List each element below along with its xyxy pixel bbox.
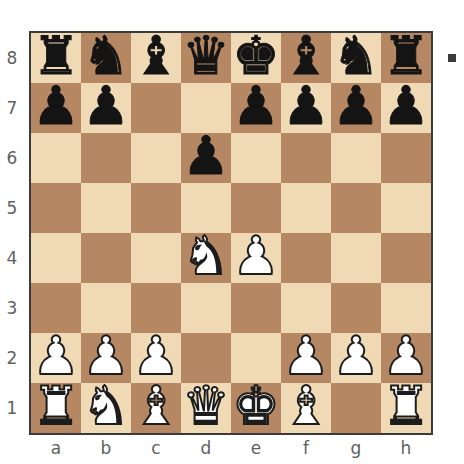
- black-bishop-c8[interactable]: ♝: [132, 31, 180, 81]
- white-pawn-a2[interactable]: ♟: [32, 331, 80, 381]
- square-f6[interactable]: [281, 133, 331, 183]
- square-a1[interactable]: ♜: [31, 383, 81, 433]
- white-queen-d1[interactable]: ♛: [182, 381, 230, 431]
- black-rook-h8[interactable]: ♜: [382, 31, 430, 81]
- square-c7[interactable]: [131, 83, 181, 133]
- square-e7[interactable]: ♟: [231, 83, 281, 133]
- square-d6[interactable]: ♟: [181, 133, 231, 183]
- black-pawn-b7[interactable]: ♟: [82, 81, 130, 131]
- chess-board-region: 87654321 ♜♞♝♛♚♝♞♜♟♟♟♟♟♟♟♞♟♟♟♟♟♟♟♜♞♝♛♚♝♜ …: [0, 0, 464, 464]
- square-e6[interactable]: [231, 133, 281, 183]
- black-pawn-a7[interactable]: ♟: [32, 81, 80, 131]
- square-e1[interactable]: ♚: [231, 383, 281, 433]
- white-pawn-f2[interactable]: ♟: [282, 331, 330, 381]
- square-g1[interactable]: [331, 383, 381, 433]
- file-label-a: a: [31, 436, 81, 460]
- board-frame: ♜♞♝♛♚♝♞♜♟♟♟♟♟♟♟♞♟♟♟♟♟♟♟♜♞♝♛♚♝♜: [29, 31, 433, 435]
- square-a6[interactable]: [31, 133, 81, 183]
- rank-label-7: 7: [0, 83, 24, 133]
- square-b7[interactable]: ♟: [81, 83, 131, 133]
- square-b5[interactable]: [81, 183, 131, 233]
- square-h5[interactable]: [381, 183, 431, 233]
- square-e4[interactable]: ♟: [231, 233, 281, 283]
- square-d1[interactable]: ♛: [181, 383, 231, 433]
- black-pawn-g7[interactable]: ♟: [332, 81, 380, 131]
- rank-label-8: 8: [0, 33, 24, 83]
- square-a4[interactable]: [31, 233, 81, 283]
- square-c6[interactable]: [131, 133, 181, 183]
- file-label-d: d: [181, 436, 231, 460]
- square-c5[interactable]: [131, 183, 181, 233]
- file-label-e: e: [231, 436, 281, 460]
- square-f5[interactable]: [281, 183, 331, 233]
- square-h7[interactable]: ♟: [381, 83, 431, 133]
- file-label-f: f: [281, 436, 331, 460]
- white-knight-b1[interactable]: ♞: [82, 381, 130, 431]
- square-g6[interactable]: [331, 133, 381, 183]
- square-g7[interactable]: ♟: [331, 83, 381, 133]
- rank-label-3: 3: [0, 283, 24, 333]
- rank-labels: 87654321: [0, 33, 24, 433]
- black-king-e8[interactable]: ♚: [232, 31, 280, 81]
- file-label-c: c: [131, 436, 181, 460]
- square-b1[interactable]: ♞: [81, 383, 131, 433]
- square-c1[interactable]: ♝: [131, 383, 181, 433]
- rank-label-2: 2: [0, 333, 24, 383]
- rank-label-4: 4: [0, 233, 24, 283]
- white-pawn-b2[interactable]: ♟: [82, 331, 130, 381]
- square-e3[interactable]: [231, 283, 281, 333]
- black-to-move-indicator: [448, 54, 456, 62]
- black-knight-b8[interactable]: ♞: [82, 31, 130, 81]
- white-king-e1[interactable]: ♚: [232, 381, 280, 431]
- white-pawn-h2[interactable]: ♟: [382, 331, 430, 381]
- black-pawn-h7[interactable]: ♟: [382, 81, 430, 131]
- square-h6[interactable]: [381, 133, 431, 183]
- white-rook-h1[interactable]: ♜: [382, 381, 430, 431]
- file-labels: abcdefgh: [31, 436, 431, 460]
- file-label-b: b: [81, 436, 131, 460]
- black-pawn-e7[interactable]: ♟: [232, 81, 280, 131]
- square-g2[interactable]: ♟: [331, 333, 381, 383]
- rank-label-1: 1: [0, 383, 24, 433]
- square-g4[interactable]: [331, 233, 381, 283]
- white-knight-d4[interactable]: ♞: [182, 231, 230, 281]
- black-bishop-f8[interactable]: ♝: [282, 31, 330, 81]
- black-rook-a8[interactable]: ♜: [32, 31, 80, 81]
- square-f1[interactable]: ♝: [281, 383, 331, 433]
- chess-board[interactable]: ♜♞♝♛♚♝♞♜♟♟♟♟♟♟♟♞♟♟♟♟♟♟♟♜♞♝♛♚♝♜: [31, 33, 431, 433]
- square-a5[interactable]: [31, 183, 81, 233]
- square-h1[interactable]: ♜: [381, 383, 431, 433]
- square-b4[interactable]: [81, 233, 131, 283]
- white-pawn-e4[interactable]: ♟: [232, 231, 280, 281]
- square-f4[interactable]: [281, 233, 331, 283]
- white-bishop-f1[interactable]: ♝: [282, 381, 330, 431]
- square-c8[interactable]: ♝: [131, 33, 181, 83]
- white-rook-a1[interactable]: ♜: [32, 381, 80, 431]
- square-f7[interactable]: ♟: [281, 83, 331, 133]
- square-d3[interactable]: [181, 283, 231, 333]
- square-b6[interactable]: [81, 133, 131, 183]
- rank-label-5: 5: [0, 183, 24, 233]
- black-queen-d8[interactable]: ♛: [182, 31, 230, 81]
- file-label-h: h: [381, 436, 431, 460]
- square-a7[interactable]: ♟: [31, 83, 81, 133]
- square-d8[interactable]: ♛: [181, 33, 231, 83]
- black-pawn-d6[interactable]: ♟: [182, 131, 230, 181]
- black-pawn-f7[interactable]: ♟: [282, 81, 330, 131]
- black-knight-g8[interactable]: ♞: [332, 31, 380, 81]
- file-label-g: g: [331, 436, 381, 460]
- square-h4[interactable]: [381, 233, 431, 283]
- square-g5[interactable]: [331, 183, 381, 233]
- white-pawn-g2[interactable]: ♟: [332, 331, 380, 381]
- square-d4[interactable]: ♞: [181, 233, 231, 283]
- rank-label-6: 6: [0, 133, 24, 183]
- white-bishop-c1[interactable]: ♝: [132, 381, 180, 431]
- square-c4[interactable]: [131, 233, 181, 283]
- white-pawn-c2[interactable]: ♟: [132, 331, 180, 381]
